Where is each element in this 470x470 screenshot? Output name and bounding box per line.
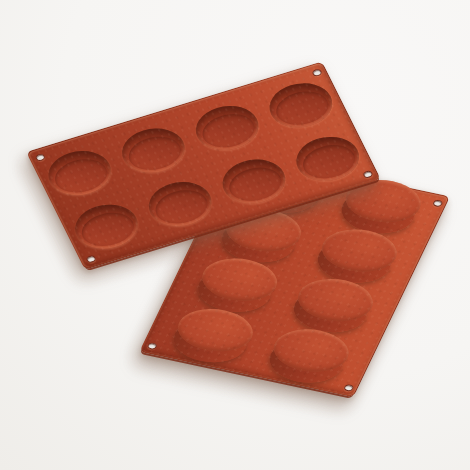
disc-side — [214, 214, 304, 269]
disc-top — [170, 303, 261, 358]
disc-top — [242, 153, 333, 208]
disc-side — [237, 164, 327, 219]
corner-hole — [85, 255, 97, 264]
mold-disc — [285, 273, 382, 339]
front-mold-shadow-wrapper — [0, 0, 470, 470]
mold-cavity — [187, 99, 266, 157]
corner-hole — [432, 199, 444, 207]
mold-disc — [213, 203, 310, 269]
disc-top — [338, 174, 429, 229]
disc-side — [286, 284, 376, 339]
mold-cavity — [214, 152, 293, 210]
mold-cavity — [140, 175, 219, 233]
disc-top — [265, 323, 356, 378]
cavity-floor — [297, 139, 362, 184]
corner-hole — [311, 68, 323, 77]
disc-side — [333, 185, 423, 240]
mold-disc — [189, 252, 286, 318]
product-photo-scene — [0, 0, 470, 470]
disc-side — [261, 334, 351, 389]
mold-disc — [260, 323, 357, 389]
mold-cavity — [67, 198, 146, 256]
mold-disc — [308, 223, 405, 289]
disc-top — [290, 273, 381, 328]
mold-disc — [236, 153, 333, 219]
cavity-floor — [196, 108, 261, 153]
cavity-floor — [270, 86, 335, 131]
mold-top-view — [26, 61, 381, 269]
disc-side — [190, 263, 280, 318]
cavity-floor — [149, 184, 214, 229]
mold-cavity — [261, 76, 340, 134]
back-mold-shadow-wrapper — [0, 0, 470, 470]
corner-hole — [343, 384, 355, 392]
corner-hole — [34, 153, 46, 162]
disc-top — [194, 252, 285, 307]
mold-cavity — [40, 144, 119, 202]
disc-top — [314, 223, 405, 278]
cavity-floor — [223, 162, 288, 207]
disc-side — [165, 314, 255, 369]
corner-hole — [146, 342, 158, 350]
mold-cavity — [114, 121, 193, 179]
corner-hole — [362, 170, 374, 179]
mold-cavity — [288, 130, 367, 188]
disc-top — [218, 203, 309, 258]
mold-underside-view — [139, 151, 450, 397]
cavity-floor — [122, 131, 187, 176]
mold-disc — [332, 174, 429, 240]
mold-disc — [164, 303, 261, 369]
cavity-floor — [49, 153, 114, 198]
disc-side — [309, 234, 399, 289]
cavity-floor — [75, 207, 140, 252]
